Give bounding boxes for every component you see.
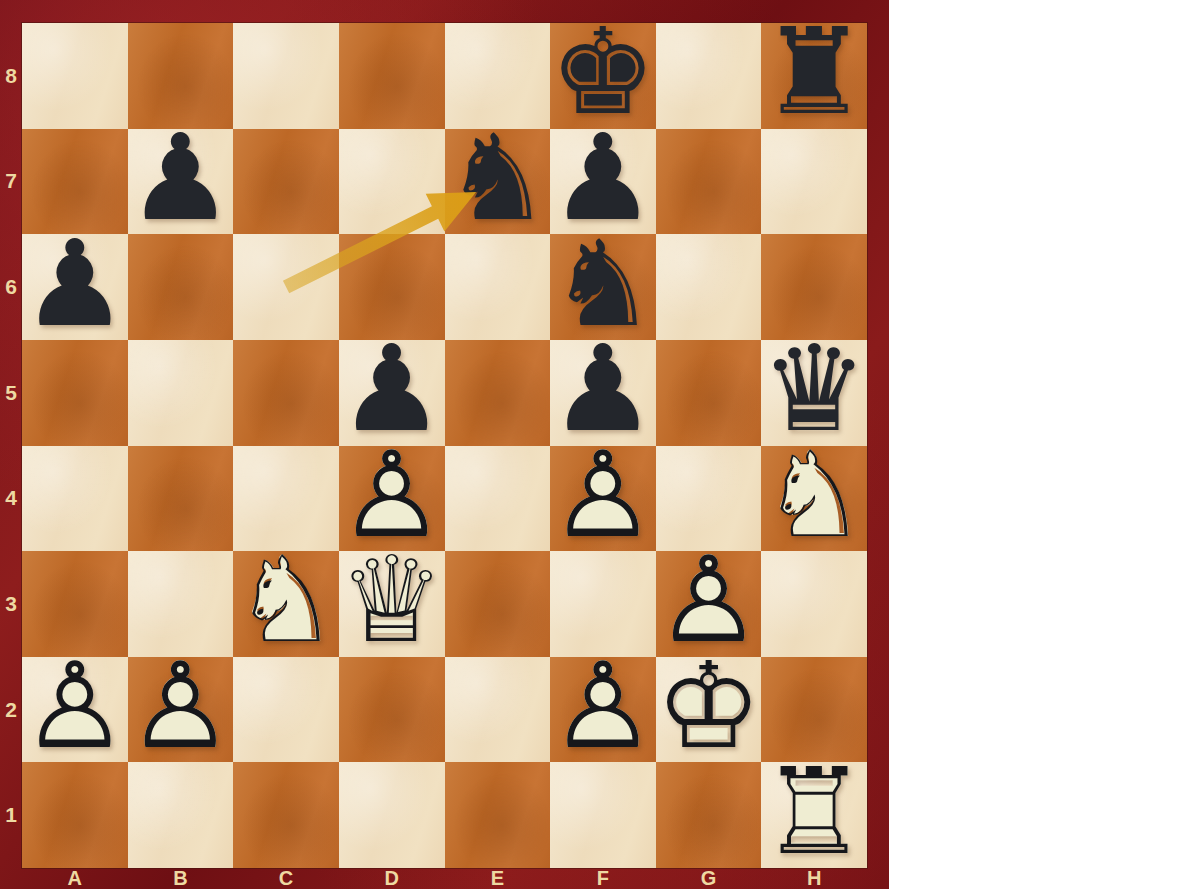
square-c6[interactable] xyxy=(233,234,339,340)
white-knight: ♞♘ xyxy=(233,551,339,657)
square-g6[interactable] xyxy=(656,234,762,340)
square-b1[interactable] xyxy=(128,762,234,868)
square-e6[interactable] xyxy=(445,234,551,340)
square-e1[interactable] xyxy=(445,762,551,868)
square-b2[interactable]: ♟♙ xyxy=(128,657,234,763)
square-g2[interactable]: ♚♔ xyxy=(656,657,762,763)
square-a1[interactable] xyxy=(22,762,128,868)
rank-label-7: 7 xyxy=(0,129,22,235)
white-pawn: ♟♙ xyxy=(550,446,656,552)
rank-label-1: 1 xyxy=(0,762,22,868)
square-c1[interactable] xyxy=(233,762,339,868)
square-a8[interactable] xyxy=(22,23,128,129)
square-h3[interactable] xyxy=(761,551,867,657)
piece-glyph: ♜ xyxy=(761,20,867,126)
square-c2[interactable] xyxy=(233,657,339,763)
piece-outline-glyph: ♘ xyxy=(233,548,339,654)
piece-glyph: ♟ xyxy=(128,126,234,232)
square-e3[interactable] xyxy=(445,551,551,657)
square-d1[interactable] xyxy=(339,762,445,868)
black-knight: ♞ xyxy=(445,129,551,235)
square-e2[interactable] xyxy=(445,657,551,763)
rank-label-6: 6 xyxy=(0,234,22,340)
piece-outline-glyph: ♔ xyxy=(656,654,762,760)
square-d2[interactable] xyxy=(339,657,445,763)
rank-label-2: 2 xyxy=(0,657,22,763)
white-pawn: ♟♙ xyxy=(550,657,656,763)
rank-label-3: 3 xyxy=(0,551,22,657)
square-c7[interactable] xyxy=(233,129,339,235)
piece-outline-glyph: ♕ xyxy=(339,548,445,654)
white-knight: ♞♘ xyxy=(761,446,867,552)
square-g8[interactable] xyxy=(656,23,762,129)
square-b4[interactable] xyxy=(128,446,234,552)
square-b6[interactable] xyxy=(128,234,234,340)
black-rook: ♜ xyxy=(761,23,867,129)
square-d3[interactable]: ♛♕ xyxy=(339,551,445,657)
file-label-d: D xyxy=(339,868,445,889)
chess-board-frame: 87654321 ABCDEFGH ♚♜♟♞♟♟♞♟♟♛♟♙♟♙♞♘♞♘♛♕♟♙… xyxy=(0,0,889,889)
piece-outline-glyph: ♙ xyxy=(550,443,656,549)
square-e7[interactable]: ♞ xyxy=(445,129,551,235)
piece-outline-glyph: ♘ xyxy=(761,443,867,549)
square-b5[interactable] xyxy=(128,340,234,446)
square-c8[interactable] xyxy=(233,23,339,129)
square-a5[interactable] xyxy=(22,340,128,446)
rank-label-5: 5 xyxy=(0,340,22,446)
rank-labels: 87654321 xyxy=(0,23,22,868)
square-e5[interactable] xyxy=(445,340,551,446)
square-h8[interactable]: ♜ xyxy=(761,23,867,129)
piece-glyph: ♟ xyxy=(22,231,128,337)
square-h1[interactable]: ♜♖ xyxy=(761,762,867,868)
square-h7[interactable] xyxy=(761,129,867,235)
file-label-e: E xyxy=(445,868,551,889)
file-labels: ABCDEFGH xyxy=(22,868,867,889)
rank-label-4: 4 xyxy=(0,446,22,552)
square-a6[interactable]: ♟ xyxy=(22,234,128,340)
square-c5[interactable] xyxy=(233,340,339,446)
square-f4[interactable]: ♟♙ xyxy=(550,446,656,552)
square-c3[interactable]: ♞♘ xyxy=(233,551,339,657)
white-pawn: ♟♙ xyxy=(128,657,234,763)
rank-label-8: 8 xyxy=(0,23,22,129)
white-pawn: ♟♙ xyxy=(22,657,128,763)
square-e4[interactable] xyxy=(445,446,551,552)
square-f2[interactable]: ♟♙ xyxy=(550,657,656,763)
square-h4[interactable]: ♞♘ xyxy=(761,446,867,552)
piece-outline-glyph: ♖ xyxy=(761,759,867,865)
file-label-b: B xyxy=(128,868,234,889)
square-d8[interactable] xyxy=(339,23,445,129)
square-d7[interactable] xyxy=(339,129,445,235)
square-g1[interactable] xyxy=(656,762,762,868)
white-rook: ♜♖ xyxy=(761,762,867,868)
piece-outline-glyph: ♙ xyxy=(128,654,234,760)
piece-glyph: ♞ xyxy=(445,126,551,232)
piece-outline-glyph: ♙ xyxy=(22,654,128,760)
file-label-f: F xyxy=(550,868,656,889)
file-label-c: C xyxy=(233,868,339,889)
white-queen: ♛♕ xyxy=(339,551,445,657)
chess-board: ♚♜♟♞♟♟♞♟♟♛♟♙♟♙♞♘♞♘♛♕♟♙♟♙♟♙♟♙♚♔♜♖ xyxy=(22,23,867,868)
white-king: ♚♔ xyxy=(656,657,762,763)
square-a4[interactable] xyxy=(22,446,128,552)
file-label-g: G xyxy=(656,868,762,889)
file-label-a: A xyxy=(22,868,128,889)
square-a2[interactable]: ♟♙ xyxy=(22,657,128,763)
black-pawn: ♟ xyxy=(128,129,234,235)
piece-outline-glyph: ♙ xyxy=(550,654,656,760)
square-f1[interactable] xyxy=(550,762,656,868)
square-g5[interactable] xyxy=(656,340,762,446)
square-b7[interactable]: ♟ xyxy=(128,129,234,235)
black-pawn: ♟ xyxy=(22,234,128,340)
square-g7[interactable] xyxy=(656,129,762,235)
